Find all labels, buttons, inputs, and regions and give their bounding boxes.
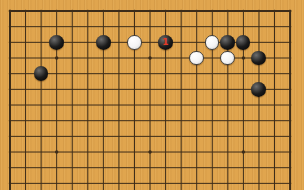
white-stone-P16: [220, 51, 235, 66]
white-stone-O17: [205, 35, 220, 50]
go-board[interactable]: 1: [0, 0, 304, 190]
black-stone-C15: [34, 66, 49, 81]
black-stone-G17: [96, 35, 111, 50]
black-stone-R14: [251, 82, 266, 97]
black-stone-Q17: [236, 35, 251, 50]
white-stone-J17: [127, 35, 142, 50]
black-stone-P17: [220, 35, 235, 50]
move-number-label: 1: [162, 38, 168, 47]
white-stone-N16: [189, 51, 204, 66]
black-stone-R16: [251, 51, 266, 66]
go-board-screenshot: 1: [0, 0, 304, 190]
black-stone-L17: 1: [158, 35, 173, 50]
stones-layer: 1: [2, 3, 297, 190]
black-stone-D17: [49, 35, 64, 50]
